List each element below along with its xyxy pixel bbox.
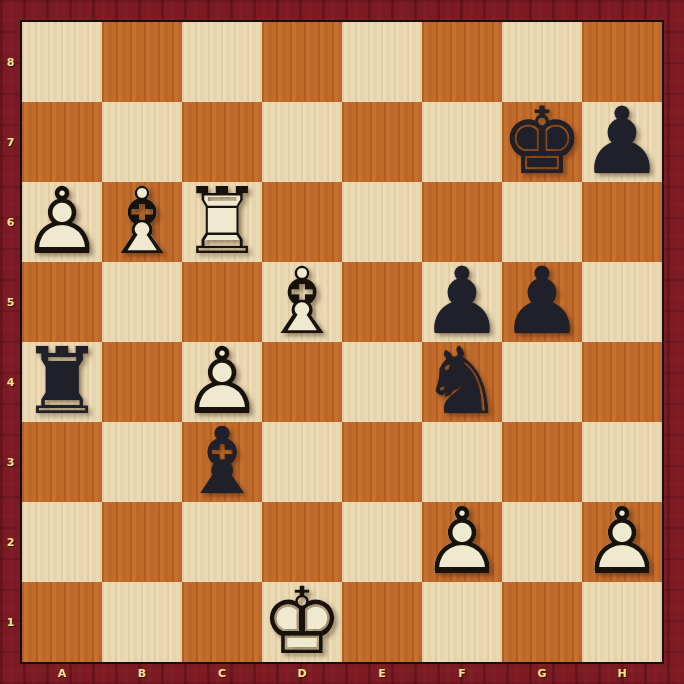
white-piece-outline-glyph: ♙ [22,182,102,262]
white-piece-outline-glyph: ♗ [262,262,342,342]
square-a7[interactable] [22,102,102,182]
square-h8[interactable] [582,22,662,102]
piece-white-rook[interactable]: ♜♖ [182,182,262,262]
white-piece-outline-glyph: ♔ [262,582,342,662]
piece-white-bishop[interactable]: ♝♗ [102,182,182,262]
file-label-h: H [582,662,662,684]
square-e5[interactable] [342,262,422,342]
white-piece-fill-glyph: ♜ [182,182,262,262]
square-c2[interactable] [182,502,262,582]
board: ♚♟♟♙♝♗♜♖♝♗♟♟♜♟♙♞♝♟♙♟♙♚♔ [20,20,664,664]
file-label-e: E [342,662,422,684]
piece-white-pawn[interactable]: ♟♙ [422,502,502,582]
white-piece-outline-glyph: ♖ [182,182,262,262]
square-c1[interactable] [182,582,262,662]
square-a3[interactable] [22,422,102,502]
square-d8[interactable] [262,22,342,102]
white-piece-fill-glyph: ♟ [22,182,102,262]
square-d4[interactable] [262,342,342,422]
file-label-f: F [422,662,502,684]
piece-white-king[interactable]: ♚♔ [262,582,342,662]
rank-label-8: 8 [0,22,21,102]
rank-label-4: 4 [0,342,21,422]
board-frame: ♚♟♟♙♝♗♜♖♝♗♟♟♜♟♙♞♝♟♙♟♙♚♔ 87654321 ABCDEFG… [0,0,684,684]
black-piece-glyph: ♟ [582,102,662,182]
square-f7[interactable] [422,102,502,182]
rank-label-5: 5 [0,262,21,342]
square-f3[interactable] [422,422,502,502]
piece-black-pawn[interactable]: ♟ [422,262,502,342]
square-a1[interactable] [22,582,102,662]
white-piece-fill-glyph: ♝ [102,182,182,262]
black-piece-glyph: ♝ [182,422,262,502]
piece-black-knight[interactable]: ♞ [422,342,502,422]
square-g4[interactable] [502,342,582,422]
square-a8[interactable] [22,22,102,102]
rank-label-2: 2 [0,502,21,582]
square-b3[interactable] [102,422,182,502]
square-b7[interactable] [102,102,182,182]
square-b4[interactable] [102,342,182,422]
white-piece-fill-glyph: ♝ [262,262,342,342]
rank-label-7: 7 [0,102,21,182]
piece-white-pawn[interactable]: ♟♙ [182,342,262,422]
square-e6[interactable] [342,182,422,262]
square-f8[interactable] [422,22,502,102]
file-label-g: G [502,662,582,684]
square-a4[interactable]: ♜ [22,342,102,422]
piece-black-bishop[interactable]: ♝ [182,422,262,502]
square-h4[interactable] [582,342,662,422]
square-e3[interactable] [342,422,422,502]
square-e2[interactable] [342,502,422,582]
square-h3[interactable] [582,422,662,502]
square-g3[interactable] [502,422,582,502]
square-b5[interactable] [102,262,182,342]
rank-labels: 87654321 [0,22,21,662]
file-label-b: B [102,662,182,684]
square-f6[interactable] [422,182,502,262]
file-labels: ABCDEFGH [22,662,662,684]
white-piece-fill-glyph: ♚ [262,582,342,662]
piece-black-king[interactable]: ♚ [502,102,582,182]
square-g6[interactable] [502,182,582,262]
piece-black-pawn[interactable]: ♟ [582,102,662,182]
square-a5[interactable] [22,262,102,342]
square-d3[interactable] [262,422,342,502]
piece-white-bishop[interactable]: ♝♗ [262,262,342,342]
square-h6[interactable] [582,182,662,262]
square-d1[interactable]: ♚♔ [262,582,342,662]
square-d7[interactable] [262,102,342,182]
white-piece-fill-glyph: ♟ [182,342,262,422]
square-c7[interactable] [182,102,262,182]
white-piece-outline-glyph: ♙ [182,342,262,422]
square-g8[interactable] [502,22,582,102]
square-h7[interactable]: ♟ [582,102,662,182]
file-label-c: C [182,662,262,684]
piece-white-pawn[interactable]: ♟♙ [582,502,662,582]
rank-label-6: 6 [0,182,21,262]
rank-label-3: 3 [0,422,21,502]
rank-label-1: 1 [0,582,21,662]
square-b1[interactable] [102,582,182,662]
square-c8[interactable] [182,22,262,102]
square-c6[interactable]: ♜♖ [182,182,262,262]
square-h1[interactable] [582,582,662,662]
square-a2[interactable] [22,502,102,582]
piece-black-rook[interactable]: ♜ [22,342,102,422]
black-piece-glyph: ♞ [422,342,502,422]
square-g7[interactable]: ♚ [502,102,582,182]
square-g1[interactable] [502,582,582,662]
square-a6[interactable]: ♟♙ [22,182,102,262]
white-piece-fill-glyph: ♟ [422,502,502,582]
square-d5[interactable]: ♝♗ [262,262,342,342]
white-piece-fill-glyph: ♟ [582,502,662,582]
file-label-d: D [262,662,342,684]
black-piece-glyph: ♟ [502,262,582,342]
square-b6[interactable]: ♝♗ [102,182,182,262]
black-piece-glyph: ♜ [22,342,102,422]
square-f2[interactable]: ♟♙ [422,502,502,582]
square-h2[interactable]: ♟♙ [582,502,662,582]
square-g5[interactable]: ♟ [502,262,582,342]
square-c4[interactable]: ♟♙ [182,342,262,422]
square-c5[interactable] [182,262,262,342]
white-piece-outline-glyph: ♙ [422,502,502,582]
file-label-a: A [22,662,102,684]
white-piece-outline-glyph: ♗ [102,182,182,262]
white-piece-outline-glyph: ♙ [582,502,662,582]
square-e7[interactable] [342,102,422,182]
square-d6[interactable] [262,182,342,262]
square-e4[interactable] [342,342,422,422]
square-c3[interactable]: ♝ [182,422,262,502]
square-g2[interactable] [502,502,582,582]
piece-white-pawn[interactable]: ♟♙ [22,182,102,262]
black-piece-glyph: ♟ [422,262,502,342]
square-e8[interactable] [342,22,422,102]
square-f5[interactable]: ♟ [422,262,502,342]
square-h5[interactable] [582,262,662,342]
square-e1[interactable] [342,582,422,662]
piece-black-pawn[interactable]: ♟ [502,262,582,342]
black-piece-glyph: ♚ [502,102,582,182]
square-d2[interactable] [262,502,342,582]
square-b8[interactable] [102,22,182,102]
square-b2[interactable] [102,502,182,582]
square-f4[interactable]: ♞ [422,342,502,422]
square-f1[interactable] [422,582,502,662]
